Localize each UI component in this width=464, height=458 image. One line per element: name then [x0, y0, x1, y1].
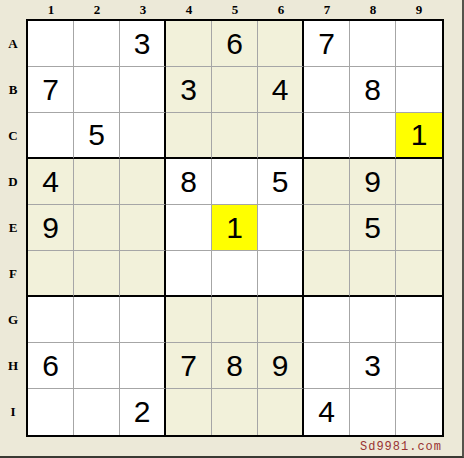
cell-D6[interactable]: 5	[258, 159, 304, 205]
cell-B9[interactable]	[396, 67, 442, 113]
cell-F1[interactable]	[28, 251, 74, 297]
cell-D9[interactable]	[396, 159, 442, 205]
cell-D4[interactable]: 8	[166, 159, 212, 205]
cell-F6[interactable]	[258, 251, 304, 297]
cell-C8[interactable]	[350, 113, 396, 159]
cell-F3[interactable]	[120, 251, 166, 297]
cell-B3[interactable]	[120, 67, 166, 113]
column-label-9: 9	[396, 0, 442, 19]
cell-F9[interactable]	[396, 251, 442, 297]
cell-H9[interactable]	[396, 343, 442, 389]
cell-H4[interactable]: 7	[166, 343, 212, 389]
cell-I1[interactable]	[28, 389, 74, 435]
cell-D7[interactable]	[304, 159, 350, 205]
cell-B4[interactable]: 3	[166, 67, 212, 113]
cell-C9[interactable]: 1	[396, 113, 442, 159]
cell-G6[interactable]	[258, 297, 304, 343]
cell-A7[interactable]: 7	[304, 21, 350, 67]
cell-H7[interactable]	[304, 343, 350, 389]
cell-E6[interactable]	[258, 205, 304, 251]
cell-D5[interactable]	[212, 159, 258, 205]
cell-C4[interactable]	[166, 113, 212, 159]
sudoku-board: 36773485148599156789324	[26, 19, 444, 437]
cell-D3[interactable]	[120, 159, 166, 205]
cell-F2[interactable]	[74, 251, 120, 297]
row-label-F: F	[0, 251, 26, 297]
row-label-I: I	[0, 389, 26, 435]
cell-E7[interactable]	[304, 205, 350, 251]
cell-D2[interactable]	[74, 159, 120, 205]
cell-I8[interactable]	[350, 389, 396, 435]
cell-H6[interactable]: 9	[258, 343, 304, 389]
cell-F7[interactable]	[304, 251, 350, 297]
cell-D1[interactable]: 4	[28, 159, 74, 205]
cell-A9[interactable]	[396, 21, 442, 67]
cell-H3[interactable]	[120, 343, 166, 389]
row-label-H: H	[0, 343, 26, 389]
row-headers: ABCDEFGHI	[0, 21, 26, 435]
cell-G8[interactable]	[350, 297, 396, 343]
cell-A3[interactable]: 3	[120, 21, 166, 67]
cell-A8[interactable]	[350, 21, 396, 67]
cell-G5[interactable]	[212, 297, 258, 343]
cell-C6[interactable]	[258, 113, 304, 159]
cell-F8[interactable]	[350, 251, 396, 297]
cell-H1[interactable]: 6	[28, 343, 74, 389]
cell-C1[interactable]	[28, 113, 74, 159]
cell-I3[interactable]: 2	[120, 389, 166, 435]
row-label-A: A	[0, 21, 26, 67]
cell-H8[interactable]: 3	[350, 343, 396, 389]
cell-A4[interactable]	[166, 21, 212, 67]
cell-E2[interactable]	[74, 205, 120, 251]
column-label-8: 8	[350, 0, 396, 19]
cell-I5[interactable]	[212, 389, 258, 435]
cell-B5[interactable]	[212, 67, 258, 113]
cell-E4[interactable]	[166, 205, 212, 251]
cell-B8[interactable]: 8	[350, 67, 396, 113]
cell-H2[interactable]	[74, 343, 120, 389]
cell-C2[interactable]: 5	[74, 113, 120, 159]
cell-E8[interactable]: 5	[350, 205, 396, 251]
column-label-7: 7	[304, 0, 350, 19]
cell-C7[interactable]	[304, 113, 350, 159]
cell-E9[interactable]	[396, 205, 442, 251]
column-label-5: 5	[212, 0, 258, 19]
cell-E1[interactable]: 9	[28, 205, 74, 251]
cell-B2[interactable]	[74, 67, 120, 113]
cell-F5[interactable]	[212, 251, 258, 297]
cell-D8[interactable]: 9	[350, 159, 396, 205]
cell-I7[interactable]: 4	[304, 389, 350, 435]
cell-G7[interactable]	[304, 297, 350, 343]
cell-A1[interactable]	[28, 21, 74, 67]
column-label-4: 4	[166, 0, 212, 19]
cell-F4[interactable]	[166, 251, 212, 297]
cell-H5[interactable]: 8	[212, 343, 258, 389]
cell-G2[interactable]	[74, 297, 120, 343]
cell-G1[interactable]	[28, 297, 74, 343]
cell-I2[interactable]	[74, 389, 120, 435]
cell-G9[interactable]	[396, 297, 442, 343]
cell-G3[interactable]	[120, 297, 166, 343]
column-label-3: 3	[120, 0, 166, 19]
cell-I4[interactable]	[166, 389, 212, 435]
column-label-6: 6	[258, 0, 304, 19]
cell-B1[interactable]: 7	[28, 67, 74, 113]
cell-A5[interactable]: 6	[212, 21, 258, 67]
row-label-E: E	[0, 205, 26, 251]
row-label-C: C	[0, 113, 26, 159]
cell-B7[interactable]	[304, 67, 350, 113]
row-label-B: B	[0, 67, 26, 113]
cell-I6[interactable]	[258, 389, 304, 435]
row-label-D: D	[0, 159, 26, 205]
cell-C3[interactable]	[120, 113, 166, 159]
column-label-2: 2	[74, 0, 120, 19]
cell-G4[interactable]	[166, 297, 212, 343]
cell-I9[interactable]	[396, 389, 442, 435]
cell-C5[interactable]	[212, 113, 258, 159]
site-watermark: Sd9981.com	[360, 440, 442, 454]
cell-A2[interactable]	[74, 21, 120, 67]
sudoku-page: 123456789 ABCDEFGHI 36773485148599156789…	[0, 0, 464, 458]
column-headers: 123456789	[28, 0, 442, 19]
cell-E3[interactable]	[120, 205, 166, 251]
cell-E5[interactable]: 1	[212, 205, 258, 251]
cell-B6[interactable]: 4	[258, 67, 304, 113]
cell-A6[interactable]	[258, 21, 304, 67]
column-label-1: 1	[28, 0, 74, 19]
row-label-G: G	[0, 297, 26, 343]
